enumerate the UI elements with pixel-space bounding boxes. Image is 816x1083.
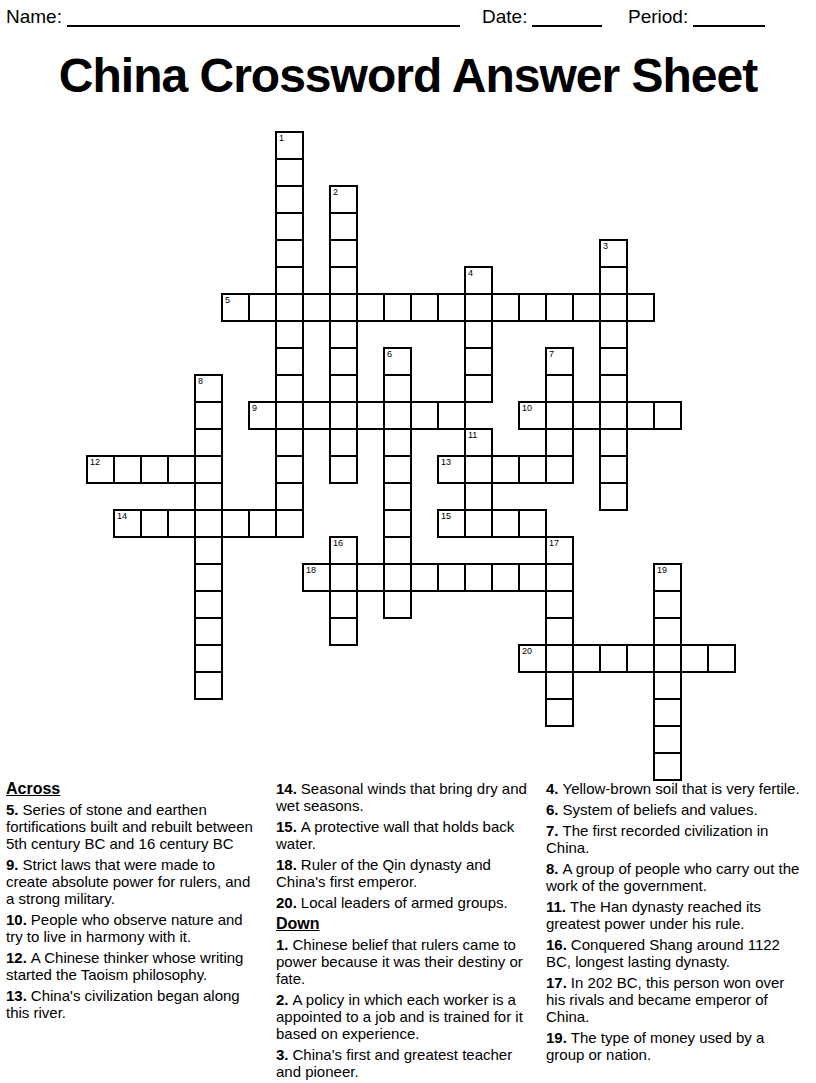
period-field: Period: [628,7,765,29]
clue-18-across: 18.Ruler of the Qin dynasty and China's … [276,856,532,890]
grid-cell[interactable] [356,563,385,592]
grid-cell[interactable] [572,401,601,430]
grid-cell[interactable] [383,563,412,592]
grid-cell[interactable] [329,563,358,592]
grid-cell[interactable] [275,455,304,484]
cell-number: 9 [252,403,257,413]
grid-cell[interactable]: 13 [437,455,466,484]
grid-cell[interactable] [275,482,304,511]
grid-cell[interactable] [167,455,196,484]
grid-cell[interactable] [545,590,574,619]
grid-cell[interactable] [653,752,682,781]
grid-cell[interactable] [599,428,628,457]
grid-cell[interactable] [653,725,682,754]
cell-number: 16 [333,538,343,548]
grid-cell[interactable] [302,293,331,322]
clue-text: In 202 BC, this person won over his riva… [546,974,784,1025]
clue-10-across: 10.People who observe nature and try to … [6,911,258,945]
grid-cell[interactable] [464,347,493,376]
grid-cell[interactable]: 11 [464,428,493,457]
clue-text: China's first and greatest teacher and p… [276,1046,512,1080]
clue-column-3: 4.Yellow-brown soil that is very fertile… [546,780,804,1067]
grid-cell[interactable] [437,293,466,322]
grid-cell[interactable] [599,455,628,484]
clue-text: Local leaders of armed groups. [301,894,508,911]
worksheet-page: Name: Date: Period: China Crossword Answ… [0,0,816,1083]
name-blank-line[interactable] [67,10,460,27]
grid-cell[interactable] [491,455,520,484]
grid-cell[interactable] [383,428,412,457]
clue-number: 12. [6,949,27,966]
cell-number: 12 [90,457,100,467]
grid-cell[interactable] [626,401,655,430]
grid-cell[interactable] [194,671,223,700]
grid-cell[interactable] [545,617,574,646]
grid-cell[interactable] [275,266,304,295]
clue-number: 13. [6,987,27,1004]
grid-cell[interactable] [329,239,358,268]
cell-number: 1 [279,133,284,143]
grid-cell[interactable] [302,401,331,430]
grid-cell[interactable] [248,509,277,538]
grid-cell[interactable]: 14 [113,509,142,538]
cell-number: 8 [198,376,203,386]
grid-cell[interactable]: 18 [302,563,331,592]
cell-number: 6 [387,349,392,359]
grid-cell[interactable] [275,239,304,268]
date-field: Date: [482,7,602,29]
grid-cell[interactable] [464,320,493,349]
clue-text: China's civilization began along this ri… [6,987,240,1021]
grid-cell[interactable] [599,374,628,403]
clue-number: 17. [546,974,567,991]
grid-cell[interactable] [275,347,304,376]
clue-9-across: 9.Strict laws that were made to create a… [6,856,258,907]
grid-cell[interactable] [194,509,223,538]
clue-number: 14. [276,780,297,797]
grid-cell[interactable] [545,293,574,322]
cell-number: 19 [657,565,667,575]
grid-cell[interactable] [464,482,493,511]
grid-cell[interactable] [410,293,439,322]
grid-cell[interactable]: 16 [329,536,358,565]
grid-cell[interactable] [194,482,223,511]
grid-cell[interactable]: 5 [221,293,250,322]
grid-cell[interactable] [518,455,547,484]
clue-text: A protective wall that holds back water. [276,818,514,852]
grid-cell[interactable] [599,482,628,511]
grid-cell[interactable] [653,671,682,700]
clue-text: A Chinese thinker whose writing started … [6,949,243,983]
grid-cell[interactable] [194,563,223,592]
period-label: Period: [628,6,688,27]
grid-cell[interactable] [329,266,358,295]
grid-cell[interactable] [653,617,682,646]
grid-cell[interactable] [491,563,520,592]
cell-number: 15 [441,511,451,521]
grid-cell[interactable] [491,293,520,322]
grid-cell[interactable] [329,401,358,430]
clue-14-across: 14.Seasonal winds that bring dry and wet… [276,780,532,814]
grid-cell[interactable] [383,536,412,565]
grid-cell[interactable] [275,185,304,214]
grid-cell[interactable] [410,401,439,430]
clue-number: 18. [276,856,297,873]
clue-6-down: 6.System of beliefs and values. [546,801,804,818]
clue-3-down: 3.China's first and greatest teacher and… [276,1046,532,1080]
clue-number: 10. [6,911,27,928]
grid-cell[interactable] [599,293,628,322]
grid-cell[interactable] [491,509,520,538]
down-heading: Down [276,915,532,932]
clue-1-down: 1.Chinese belief that rulers came to pow… [276,936,532,987]
grid-cell[interactable]: 19 [653,563,682,592]
grid-cell[interactable] [653,590,682,619]
grid-cell[interactable] [545,671,574,700]
clue-number: 2. [276,991,289,1008]
grid-cell[interactable] [329,428,358,457]
grid-cell[interactable] [437,401,466,430]
clue-number: 9. [6,856,19,873]
clue-17-down: 17.In 202 BC, this person won over his r… [546,974,804,1025]
grid-cell[interactable] [518,293,547,322]
grid-cell[interactable] [275,401,304,430]
grid-cell[interactable] [194,617,223,646]
grid-cell[interactable] [545,644,574,673]
grid-cell[interactable]: 10 [518,401,547,430]
grid-cell[interactable] [167,509,196,538]
grid-cell[interactable] [464,563,493,592]
clue-text: People who observe nature and try to liv… [6,911,243,945]
clue-number: 15. [276,818,297,835]
grid-cell[interactable]: 1 [275,131,304,160]
cell-number: 20 [522,646,532,656]
clue-number: 16. [546,936,567,953]
clue-text: The Han dynasty reached its greatest pow… [546,898,761,932]
clue-number: 6. [546,801,559,818]
clue-text: The first recorded civilization in China… [546,822,768,856]
grid-cell[interactable]: 3 [599,239,628,268]
grid-cell[interactable] [545,563,574,592]
clue-text: Strict laws that were made to create abs… [6,856,250,907]
clue-text: Conquered Shang around 1122 BC, longest … [546,936,780,970]
grid-cell[interactable]: 17 [545,536,574,565]
grid-cell[interactable] [653,698,682,727]
grid-cell[interactable] [248,293,277,322]
grid-cell[interactable] [383,374,412,403]
clue-16-down: 16.Conquered Shang around 1122 BC, longe… [546,936,804,970]
clue-number: 7. [546,822,559,839]
grid-cell[interactable]: 12 [86,455,115,484]
grid-cell[interactable] [329,374,358,403]
grid-cell[interactable] [275,320,304,349]
grid-cell[interactable] [545,401,574,430]
grid-cell[interactable] [194,428,223,457]
grid-cell[interactable] [356,401,385,430]
cell-number: 10 [522,403,532,413]
clue-text: Seasonal winds that bring dry and wet se… [276,780,527,814]
crossword-grid: 1234567891011121314151617181920 [86,131,736,781]
grid-cell[interactable] [329,293,358,322]
clue-5-across: 5.Series of stone and earthen fortificat… [6,801,258,852]
grid-cell[interactable]: 6 [383,347,412,376]
grid-cell[interactable] [626,644,655,673]
grid-cell[interactable] [329,590,358,619]
clue-column-1: Across 5.Series of stone and earthen for… [6,780,258,1025]
clue-column-2: 14.Seasonal winds that bring dry and wet… [276,780,532,1083]
period-blank-line[interactable] [693,10,765,27]
grid-cell[interactable] [599,320,628,349]
page-title: China Crossword Answer Sheet [0,50,816,103]
grid-cell[interactable] [464,455,493,484]
grid-cell[interactable] [464,374,493,403]
grid-cell[interactable] [545,428,574,457]
grid-cell[interactable]: 7 [545,347,574,376]
grid-cell[interactable] [383,401,412,430]
grid-cell[interactable] [653,401,682,430]
grid-cell[interactable] [545,374,574,403]
grid-cell[interactable] [275,293,304,322]
clue-text: Chinese belief that rulers came to power… [276,936,523,987]
grid-cell[interactable] [383,293,412,322]
clue-12-across: 12.A Chinese thinker whose writing start… [6,949,258,983]
grid-cell[interactable] [599,401,628,430]
grid-cell[interactable] [545,698,574,727]
grid-cell[interactable] [599,266,628,295]
grid-cell[interactable] [572,293,601,322]
cell-number: 14 [117,511,127,521]
clue-text: A policy in which each worker is a appoi… [276,991,523,1042]
grid-cell[interactable] [329,320,358,349]
grid-cell[interactable] [329,617,358,646]
grid-cell[interactable] [140,509,169,538]
grid-cell[interactable] [383,590,412,619]
grid-cell[interactable] [572,644,601,673]
clue-11-down: 11.The Han dynasty reached its greatest … [546,898,804,932]
clue-13-across: 13.China's civilization began along this… [6,987,258,1021]
grid-cell[interactable] [275,374,304,403]
grid-cell[interactable] [518,563,547,592]
grid-cell[interactable] [221,509,250,538]
across-heading: Across [6,780,258,797]
clue-number: 1. [276,936,289,953]
grid-cell[interactable] [275,212,304,241]
clue-number: 4. [546,780,559,797]
grid-cell[interactable] [653,644,682,673]
grid-cell[interactable] [113,455,142,484]
grid-cell[interactable] [626,293,655,322]
clue-text: Yellow-brown soil that is very fertile. [563,780,800,797]
clue-20-across: 20.Local leaders of armed groups. [276,894,532,911]
cell-number: 18 [306,565,316,575]
date-blank-line[interactable] [532,10,602,27]
date-label: Date: [482,6,527,27]
grid-cell[interactable] [707,644,736,673]
grid-cell[interactable] [275,158,304,187]
grid-cell[interactable] [680,644,709,673]
cell-number: 17 [549,538,559,548]
grid-cell[interactable] [329,347,358,376]
clue-number: 8. [546,860,559,877]
clue-19-down: 19.The type of money used by a group or … [546,1029,804,1063]
grid-cell[interactable] [410,563,439,592]
grid-cell[interactable] [599,644,628,673]
clue-text: A group of people who carry out the work… [546,860,799,894]
cell-number: 11 [468,430,477,440]
grid-cell[interactable]: 2 [329,185,358,214]
clue-number: 11. [546,898,566,915]
clue-number: 20. [276,894,297,911]
grid-cell[interactable] [194,590,223,619]
clue-15-across: 15.A protective wall that holds back wat… [276,818,532,852]
grid-cell[interactable] [140,455,169,484]
grid-cell[interactable] [464,509,493,538]
clue-8-down: 8.A group of people who carry out the wo… [546,860,804,894]
grid-cell[interactable]: 20 [518,644,547,673]
grid-cell[interactable]: 9 [248,401,277,430]
clue-number: 3. [276,1046,289,1063]
clue-7-down: 7.The first recorded civilization in Chi… [546,822,804,856]
grid-cell[interactable] [437,563,466,592]
grid-cell[interactable] [194,536,223,565]
grid-cell[interactable] [356,293,385,322]
name-label: Name: [6,6,62,27]
clue-2-down: 2.A policy in which each worker is a app… [276,991,532,1042]
grid-cell[interactable] [383,455,412,484]
cell-number: 4 [468,268,473,278]
grid-cell[interactable] [599,347,628,376]
cell-number: 13 [441,457,451,467]
grid-cell[interactable] [329,212,358,241]
grid-cell[interactable] [194,401,223,430]
cell-number: 5 [225,295,230,305]
clue-text: Series of stone and earthen fortificatio… [6,801,253,852]
grid-cell[interactable] [518,509,547,538]
grid-cell[interactable]: 15 [437,509,466,538]
grid-cell[interactable] [545,455,574,484]
grid-cell[interactable]: 4 [464,266,493,295]
grid-cell[interactable] [194,644,223,673]
grid-cell[interactable] [383,482,412,511]
grid-cell[interactable] [383,509,412,538]
cell-number: 7 [549,349,554,359]
clue-number: 5. [6,801,19,818]
grid-cell[interactable] [194,455,223,484]
clue-text: The type of money used by a group or nat… [546,1029,764,1063]
grid-cell[interactable] [275,509,304,538]
cell-number: 2 [333,187,338,197]
cell-number: 3 [603,241,608,251]
grid-cell[interactable]: 8 [194,374,223,403]
clue-text: Ruler of the Qin dynasty and China's fir… [276,856,491,890]
clue-4-down: 4.Yellow-brown soil that is very fertile… [546,780,804,797]
clue-number: 19. [546,1029,567,1046]
clue-text: System of beliefs and values. [563,801,758,818]
grid-cell[interactable] [329,455,358,484]
grid-cell[interactable] [275,428,304,457]
name-field: Name: [6,7,460,29]
grid-cell[interactable] [464,293,493,322]
